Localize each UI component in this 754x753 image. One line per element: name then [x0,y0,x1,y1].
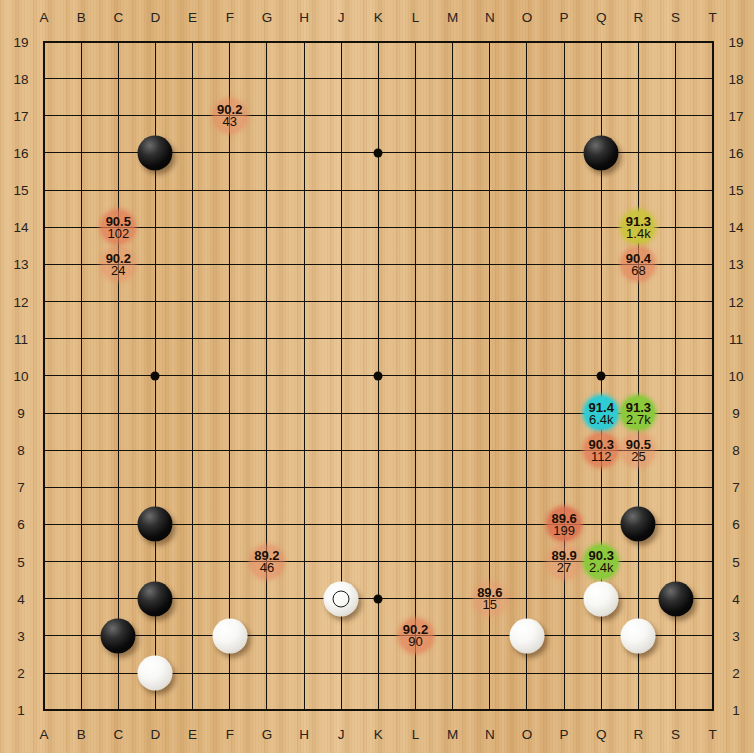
coord-label-top-F: F [226,10,234,25]
coord-label-bottom-C: C [113,726,123,741]
coord-label-right-19: 19 [728,34,743,49]
stone-black-R6 [621,507,656,542]
stone-white-F3 [212,618,247,653]
star-point-K16 [374,148,383,157]
coord-label-right-15: 15 [728,183,743,198]
go-analysis-board: AABBCCDDEEFFGGHHJJKKLLMMNNOOPPQQRRSSTT19… [0,0,754,753]
grid-hline-3 [43,635,714,636]
coord-label-left-6: 6 [17,517,25,532]
coord-label-right-18: 18 [728,71,743,86]
coord-label-bottom-K: K [374,726,383,741]
stone-white-D2 [138,656,173,691]
coord-label-left-19: 19 [13,34,28,49]
coord-label-top-C: C [113,10,123,25]
last-move-marker [333,590,350,607]
coord-label-left-4: 4 [17,591,25,606]
coord-label-left-16: 16 [13,145,28,160]
coord-label-top-K: K [374,10,383,25]
coord-label-left-2: 2 [17,666,25,681]
candidate-move-R14[interactable]: 91.31.4k [622,211,655,244]
coord-label-top-J: J [338,10,345,25]
stone-black-C3 [101,618,136,653]
coord-label-bottom-B: B [77,726,86,741]
coord-label-bottom-J: J [338,726,345,741]
coord-label-bottom-T: T [709,726,717,741]
coord-label-top-Q: Q [596,10,607,25]
grid-vline-M [452,41,453,712]
coord-label-left-3: 3 [17,628,25,643]
coord-label-top-S: S [671,10,680,25]
candidate-move-Q9[interactable]: 91.46.4k [585,397,618,430]
candidate-move-R8[interactable]: 90.525 [622,434,655,467]
coord-label-right-10: 10 [728,368,743,383]
coord-label-bottom-E: E [188,726,197,741]
coord-label-bottom-S: S [671,726,680,741]
candidate-visits: 2.4k [589,562,614,574]
coord-label-left-9: 9 [17,406,25,421]
candidate-visits: 112 [591,450,612,462]
coord-label-bottom-P: P [560,726,569,741]
candidate-visits: 199 [553,524,575,536]
coord-label-right-6: 6 [732,517,740,532]
coord-label-left-18: 18 [13,71,28,86]
stone-white-R3 [621,618,656,653]
candidate-move-F17[interactable]: 90.243 [213,99,246,132]
candidate-visits: 6.4k [589,413,614,425]
coord-label-left-1: 1 [17,703,25,718]
coord-label-right-8: 8 [732,443,740,458]
candidate-move-G5[interactable]: 89.246 [250,545,283,578]
coord-label-bottom-G: G [262,726,273,741]
coord-label-top-M: M [447,10,458,25]
coord-label-top-T: T [709,10,717,25]
coord-label-left-15: 15 [13,183,28,198]
candidate-move-R9[interactable]: 91.32.7k [622,397,655,430]
coord-label-top-N: N [485,10,495,25]
candidate-move-Q5[interactable]: 90.32.4k [585,545,618,578]
candidate-visits: 24 [111,264,125,276]
candidate-visits: 46 [260,562,274,574]
grid-vline-O [526,41,527,712]
star-point-K10 [374,371,383,380]
coord-label-left-5: 5 [17,554,25,569]
coord-label-right-4: 4 [732,591,740,606]
stone-black-D16 [138,135,173,170]
candidate-visits: 27 [557,562,571,574]
coord-label-right-2: 2 [732,666,740,681]
coord-label-bottom-Q: Q [596,726,607,741]
coord-label-bottom-M: M [447,726,458,741]
grid-vline-R [638,41,639,712]
coord-label-bottom-R: R [634,726,644,741]
star-point-Q10 [597,371,606,380]
candidate-move-P6[interactable]: 89.6199 [548,508,581,541]
candidate-visits: 1.4k [626,227,651,239]
coord-label-bottom-D: D [151,726,161,741]
stone-black-D4 [138,581,173,616]
star-point-D10 [151,371,160,380]
coord-label-top-A: A [39,10,48,25]
coord-label-top-E: E [188,10,197,25]
stone-black-S4 [658,581,693,616]
coord-label-left-10: 10 [13,368,28,383]
coord-label-right-13: 13 [728,257,743,272]
grid-vline-L [415,41,416,712]
candidate-visits: 102 [107,227,129,239]
coord-label-top-L: L [412,10,420,25]
grid-hline-1 [43,709,714,711]
candidate-move-L3[interactable]: 90.290 [399,619,432,652]
grid-vline-T [712,41,714,712]
coord-label-top-H: H [299,10,309,25]
coord-label-right-5: 5 [732,554,740,569]
coord-label-bottom-A: A [39,726,48,741]
coord-label-top-G: G [262,10,273,25]
coord-label-right-3: 3 [732,628,740,643]
star-point-K4 [374,594,383,603]
coord-label-top-R: R [634,10,644,25]
candidate-visits: 25 [631,450,645,462]
stone-black-Q16 [584,135,619,170]
coord-label-bottom-L: L [412,726,420,741]
grid-vline-P [564,41,565,712]
coord-label-right-9: 9 [732,406,740,421]
coord-label-right-16: 16 [728,145,743,160]
coord-label-top-B: B [77,10,86,25]
coord-label-bottom-H: H [299,726,309,741]
candidate-visits: 43 [223,116,237,128]
coord-label-left-11: 11 [14,331,28,346]
coord-label-right-1: 1 [732,703,740,718]
coord-label-right-14: 14 [728,220,743,235]
stone-white-Q4 [584,581,619,616]
candidate-visits: 2.7k [626,413,651,425]
coord-label-bottom-N: N [485,726,495,741]
candidate-visits: 68 [631,264,645,276]
coord-label-left-8: 8 [17,443,25,458]
candidate-move-C14[interactable]: 90.5102 [102,211,135,244]
coord-label-left-14: 14 [13,220,28,235]
coord-label-right-12: 12 [728,294,743,309]
stone-white-O3 [509,618,544,653]
coord-label-left-17: 17 [13,108,28,123]
candidate-move-Q8[interactable]: 90.3112 [585,434,618,467]
coord-label-top-D: D [151,10,161,25]
coord-label-left-12: 12 [13,294,28,309]
coord-label-top-P: P [560,10,569,25]
candidate-move-N4[interactable]: 89.615 [473,582,506,615]
grid-hline-7 [43,487,714,488]
coord-label-right-17: 17 [728,108,743,123]
candidate-move-P5[interactable]: 89.927 [548,545,581,578]
candidate-move-R13[interactable]: 90.468 [622,248,655,281]
coord-label-bottom-O: O [522,726,533,741]
candidate-visits: 15 [483,599,497,611]
coord-label-right-7: 7 [732,480,740,495]
candidate-visits: 90 [408,636,422,648]
candidate-move-C13[interactable]: 90.224 [102,248,135,281]
coord-label-bottom-F: F [226,726,234,741]
coord-label-left-7: 7 [17,480,25,495]
stone-black-D6 [138,507,173,542]
coord-label-left-13: 13 [13,257,28,272]
coord-label-top-O: O [522,10,533,25]
coord-label-right-11: 11 [729,331,743,346]
stone-white-J4 [324,581,359,616]
